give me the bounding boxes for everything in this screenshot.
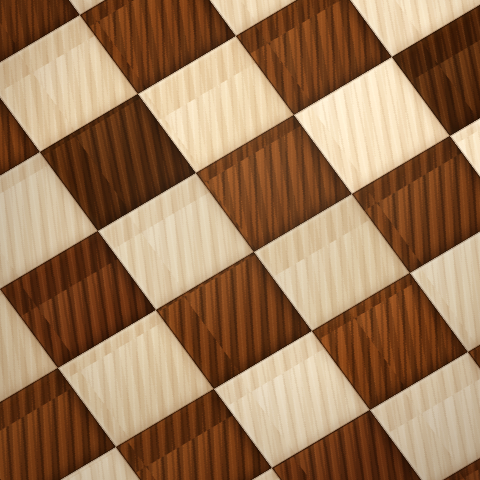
chess-board <box>0 0 480 480</box>
board-photo <box>0 0 480 480</box>
